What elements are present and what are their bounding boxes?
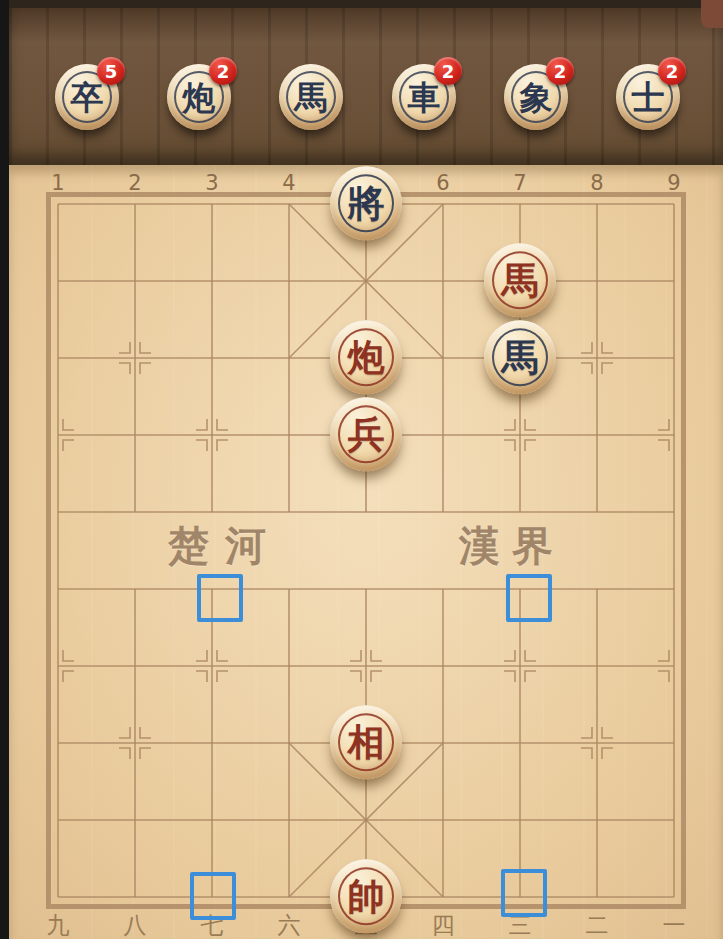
river-text-right: 漢界 — [459, 519, 565, 574]
file-label-top-8: 8 — [590, 171, 603, 195]
piece-glyph: 馬 — [502, 262, 539, 299]
file-label-bottom-8: 二 — [586, 910, 609, 939]
screen-left-edge — [0, 0, 9, 939]
tray-piece-black-cannon: 炮2 — [167, 64, 231, 130]
piece-red-elephant[interactable]: 相 — [330, 705, 402, 779]
captured-count-badge: 2 — [658, 57, 686, 85]
piece-glyph: 將 — [348, 185, 385, 222]
tray-piece-black-elephant: 象2 — [504, 64, 568, 130]
captured-pieces-tray: 卒5炮2馬車2象2士2 — [9, 8, 723, 165]
top-right-corner-patch — [701, 0, 723, 28]
file-label-bottom-1: 九 — [47, 910, 70, 939]
file-label-top-6: 6 — [436, 171, 449, 195]
move-hint-square[interactable] — [190, 872, 236, 920]
move-hint-square[interactable] — [197, 574, 243, 622]
piece-red-general[interactable]: 帥 — [330, 859, 402, 933]
file-label-top-2: 2 — [128, 171, 141, 195]
piece-glyph: 馬 — [502, 339, 539, 376]
piece-glyph: 馬 — [295, 81, 328, 114]
file-label-bottom-9: 一 — [663, 910, 686, 939]
xiangqi-app-screen: 卒5炮2馬車2象2士2 123456789 九八七六五四三二一 楚河 漢界 將馬… — [0, 0, 723, 939]
piece-red-soldier[interactable]: 兵 — [330, 397, 402, 471]
piece-glyph: 炮 — [348, 339, 385, 376]
tray-piece-black-soldier: 卒5 — [55, 64, 119, 130]
file-label-bottom-2: 八 — [124, 910, 147, 939]
file-label-top-1: 1 — [51, 171, 64, 195]
captured-count-badge: 5 — [97, 57, 125, 85]
piece-black-horse[interactable]: 馬 — [484, 320, 556, 394]
piece-glyph: 車 — [408, 81, 441, 114]
captured-count-badge: 2 — [434, 57, 462, 85]
file-label-top-4: 4 — [282, 171, 295, 195]
captured-count-badge: 2 — [546, 57, 574, 85]
piece-glyph: 相 — [348, 724, 385, 761]
screen-top-edge — [0, 0, 723, 8]
file-label-top-9: 9 — [667, 171, 680, 195]
tray-piece-black-advisor: 士2 — [616, 64, 680, 130]
piece-black-general[interactable]: 將 — [330, 166, 402, 240]
move-hint-square[interactable] — [501, 869, 547, 917]
piece-glyph: 士 — [632, 81, 665, 114]
piece-glyph: 象 — [520, 81, 553, 114]
piece-glyph: 卒 — [71, 81, 104, 114]
file-label-bottom-6: 四 — [432, 910, 455, 939]
file-label-top-3: 3 — [205, 171, 218, 195]
piece-red-cannon[interactable]: 炮 — [330, 320, 402, 394]
piece-glyph: 兵 — [348, 416, 385, 453]
xiangqi-board: 123456789 九八七六五四三二一 楚河 漢界 將馬炮馬兵相帥 — [9, 165, 723, 939]
move-hint-square[interactable] — [506, 574, 552, 622]
piece-red-horse[interactable]: 馬 — [484, 243, 556, 317]
piece-glyph: 炮 — [183, 81, 216, 114]
captured-count-badge: 2 — [209, 57, 237, 85]
tray-piece-black-horse: 馬 — [279, 64, 343, 130]
piece-glyph: 帥 — [348, 878, 385, 915]
tray-piece-black-chariot: 車2 — [392, 64, 456, 130]
river-text-left: 楚河 — [168, 519, 282, 574]
file-label-bottom-4: 六 — [278, 910, 301, 939]
file-label-top-7: 7 — [513, 171, 526, 195]
